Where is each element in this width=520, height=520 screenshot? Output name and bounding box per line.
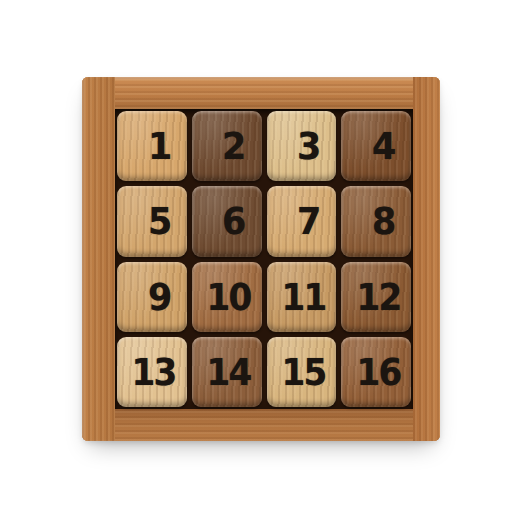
tile-3[interactable]: 3 [267, 111, 337, 181]
tile-11-number: 11 [281, 278, 325, 316]
tile-5-number: 5 [148, 202, 170, 240]
tile-15[interactable]: 15 [267, 337, 337, 407]
tile-9[interactable]: 9 [117, 262, 187, 332]
tile-15-number: 15 [281, 353, 325, 391]
tile-13[interactable]: 13 [117, 337, 187, 407]
frame-top-rail [82, 77, 440, 109]
tile-13-number: 13 [132, 353, 176, 391]
tile-4-number: 4 [372, 127, 394, 165]
tile-1[interactable]: 1 [117, 111, 187, 181]
tile-9-number: 9 [148, 278, 170, 316]
frame-bottom-rail [82, 409, 440, 441]
photo-background: 12345678910111213141516 [0, 0, 520, 520]
tile-16-number: 16 [356, 353, 400, 391]
tile-6-number: 6 [222, 202, 244, 240]
tile-14-number: 14 [207, 353, 251, 391]
tile-4[interactable]: 4 [341, 111, 411, 181]
tile-3-number: 3 [297, 127, 319, 165]
tile-11[interactable]: 11 [267, 262, 337, 332]
tile-8-number: 8 [372, 202, 394, 240]
tile-6[interactable]: 6 [192, 186, 262, 256]
tile-16[interactable]: 16 [341, 337, 411, 407]
frame-right-rail [413, 77, 440, 441]
board-well: 12345678910111213141516 [115, 109, 413, 409]
tile-5[interactable]: 5 [117, 186, 187, 256]
puzzle-frame: 12345678910111213141516 [82, 77, 440, 441]
tile-1-number: 1 [148, 127, 170, 165]
frame-left-rail [82, 77, 115, 441]
tile-14[interactable]: 14 [192, 337, 262, 407]
tile-grid: 12345678910111213141516 [115, 109, 413, 409]
tile-2-number: 2 [222, 127, 244, 165]
tile-7[interactable]: 7 [267, 186, 337, 256]
tile-2[interactable]: 2 [192, 111, 262, 181]
tile-8[interactable]: 8 [341, 186, 411, 256]
tile-10-number: 10 [207, 278, 251, 316]
tile-12[interactable]: 12 [341, 262, 411, 332]
tile-10[interactable]: 10 [192, 262, 262, 332]
tile-7-number: 7 [297, 202, 319, 240]
tile-12-number: 12 [356, 278, 400, 316]
